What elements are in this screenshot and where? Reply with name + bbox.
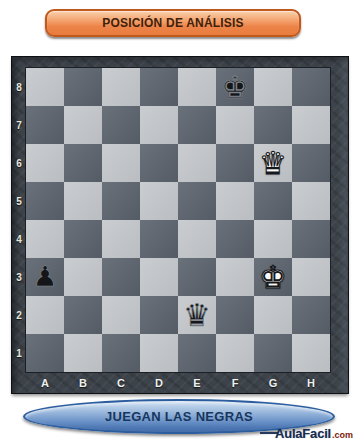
- rank-label-5: 5: [12, 182, 26, 220]
- rank-label-6: 6: [12, 144, 26, 182]
- square-e4[interactable]: [178, 220, 216, 258]
- square-b1[interactable]: [64, 334, 102, 372]
- square-f7[interactable]: [216, 106, 254, 144]
- square-f8[interactable]: ♚: [216, 68, 254, 106]
- square-f3[interactable]: [216, 258, 254, 296]
- square-f1[interactable]: [216, 334, 254, 372]
- square-e5[interactable]: [178, 182, 216, 220]
- piece-black-queen-e2: ♛: [183, 300, 211, 331]
- rank-label-2: 2: [12, 296, 26, 334]
- square-a8[interactable]: [26, 68, 64, 106]
- square-c7[interactable]: [102, 106, 140, 144]
- square-g4[interactable]: [254, 220, 292, 258]
- square-b6[interactable]: [64, 144, 102, 182]
- piece-black-pawn-a3: ♟: [32, 263, 57, 291]
- square-e8[interactable]: [178, 68, 216, 106]
- square-b8[interactable]: [64, 68, 102, 106]
- square-e6[interactable]: [178, 144, 216, 182]
- square-h2[interactable]: [292, 296, 330, 334]
- square-f5[interactable]: [216, 182, 254, 220]
- square-e2[interactable]: ♛: [178, 296, 216, 334]
- square-h5[interactable]: [292, 182, 330, 220]
- square-c5[interactable]: [102, 182, 140, 220]
- brand-name: AulaFacil: [275, 426, 331, 441]
- square-e3[interactable]: [178, 258, 216, 296]
- rank-label-1: 1: [12, 334, 26, 372]
- square-e1[interactable]: [178, 334, 216, 372]
- square-a4[interactable]: [26, 220, 64, 258]
- square-g7[interactable]: [254, 106, 292, 144]
- square-a3[interactable]: ♟: [26, 258, 64, 296]
- square-h8[interactable]: [292, 68, 330, 106]
- square-a1[interactable]: [26, 334, 64, 372]
- piece-black-king-f8: ♚: [221, 72, 249, 103]
- square-c4[interactable]: [102, 220, 140, 258]
- square-c2[interactable]: [102, 296, 140, 334]
- file-label-d: D: [140, 372, 178, 393]
- square-d2[interactable]: [140, 296, 178, 334]
- piece-white-queen-g6: ♛: [259, 148, 287, 179]
- square-b3[interactable]: [64, 258, 102, 296]
- square-b4[interactable]: [64, 220, 102, 258]
- file-label-f: F: [216, 372, 254, 393]
- chess-board-frame: ♚♛♟♚♛ 87654321 ABCDEFGH: [12, 57, 348, 393]
- rank-label-4: 4: [12, 220, 26, 258]
- square-h4[interactable]: [292, 220, 330, 258]
- file-label-h: H: [292, 372, 330, 393]
- analysis-banner-label: POSICIÓN DE ANÁLISIS: [102, 16, 244, 30]
- square-b7[interactable]: [64, 106, 102, 144]
- square-g6[interactable]: ♛: [254, 144, 292, 182]
- square-d6[interactable]: [140, 144, 178, 182]
- rank-label-8: 8: [12, 68, 26, 106]
- square-d7[interactable]: [140, 106, 178, 144]
- rank-label-3: 3: [12, 258, 26, 296]
- brand-suffix: .com: [332, 427, 353, 440]
- piece-white-king-g3: ♚: [259, 262, 287, 293]
- analysis-banner: POSICIÓN DE ANÁLISIS: [45, 9, 301, 37]
- file-label-g: G: [254, 372, 292, 393]
- square-f2[interactable]: [216, 296, 254, 334]
- file-label-e: E: [178, 372, 216, 393]
- square-c1[interactable]: [102, 334, 140, 372]
- square-a7[interactable]: [26, 106, 64, 144]
- square-h7[interactable]: [292, 106, 330, 144]
- square-g1[interactable]: [254, 334, 292, 372]
- turn-banner-label: JUEGAN LAS NEGRAS: [105, 409, 253, 424]
- square-d3[interactable]: [140, 258, 178, 296]
- square-b5[interactable]: [64, 182, 102, 220]
- square-h1[interactable]: [292, 334, 330, 372]
- square-h6[interactable]: [292, 144, 330, 182]
- file-label-a: A: [26, 372, 64, 393]
- square-g2[interactable]: [254, 296, 292, 334]
- square-a2[interactable]: [26, 296, 64, 334]
- square-d8[interactable]: [140, 68, 178, 106]
- square-c6[interactable]: [102, 144, 140, 182]
- square-f6[interactable]: [216, 144, 254, 182]
- square-c8[interactable]: [102, 68, 140, 106]
- square-d4[interactable]: [140, 220, 178, 258]
- square-h3[interactable]: [292, 258, 330, 296]
- square-d1[interactable]: [140, 334, 178, 372]
- square-f4[interactable]: [216, 220, 254, 258]
- chess-board: ♚♛♟♚♛: [26, 68, 330, 372]
- rank-label-7: 7: [12, 106, 26, 144]
- brand: AulaFacil .com: [260, 425, 353, 441]
- page: { "game": "chess", "position": { "fen": …: [0, 0, 357, 443]
- file-label-c: C: [102, 372, 140, 393]
- square-g5[interactable]: [254, 182, 292, 220]
- square-c3[interactable]: [102, 258, 140, 296]
- square-b2[interactable]: [64, 296, 102, 334]
- square-e7[interactable]: [178, 106, 216, 144]
- square-a6[interactable]: [26, 144, 64, 182]
- square-g8[interactable]: [254, 68, 292, 106]
- square-d5[interactable]: [140, 182, 178, 220]
- square-a5[interactable]: [26, 182, 64, 220]
- file-label-b: B: [64, 372, 102, 393]
- square-g3[interactable]: ♚: [254, 258, 292, 296]
